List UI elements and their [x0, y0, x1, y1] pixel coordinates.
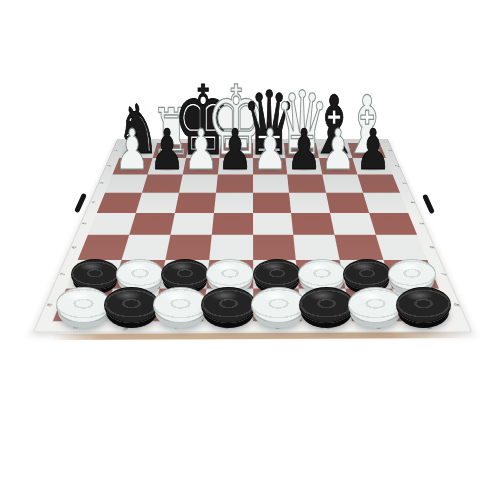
rank-label-right-5: 5: [418, 222, 425, 224]
board-square-g7: [113, 260, 165, 289]
board-square-d2: [253, 158, 288, 174]
rank-label-left-6: 6: [70, 246, 77, 248]
board-square-d6: [253, 235, 297, 260]
board-square-g3: [142, 174, 183, 192]
board-square-e6: [209, 235, 253, 260]
board-square-f8: [153, 289, 206, 322]
board-square-f1: [186, 143, 221, 158]
board-square-e1: [219, 143, 252, 158]
board-square-d7: [253, 260, 300, 289]
board-square-h1: [119, 143, 157, 158]
board-square-b3: [323, 174, 364, 192]
file-label-a: a: [426, 324, 433, 330]
board-square-g2: [147, 158, 185, 174]
rank-label-right-1: 1: [387, 150, 393, 151]
board-square-c5: [291, 213, 334, 235]
board-square-g1: [152, 143, 188, 158]
chess-board-mat: hgfedcba1122334455667788: [33, 139, 473, 332]
mat-bottom-edge: [52, 332, 466, 340]
board-square-g5: [129, 213, 175, 235]
board-square-a1: [348, 143, 386, 158]
rank-label-right-7: 7: [439, 273, 447, 275]
board-square-d5: [253, 213, 294, 235]
board-square-d1: [253, 143, 286, 158]
board-square-f2: [182, 158, 219, 174]
board-square-g4: [136, 192, 179, 212]
rank-label-left-2: 2: [105, 165, 111, 166]
board-grid: [53, 143, 452, 321]
rank-label-right-2: 2: [394, 165, 400, 166]
product-photo-stage: hgfedcba1122334455667788 ♞♜♚♚♛♛♝♝♟♟♟♟♟♟♟…: [0, 0, 500, 500]
file-label-c: c: [326, 324, 331, 330]
board-square-b2: [319, 158, 357, 174]
board-square-a5: [369, 213, 417, 235]
board-square-e7: [206, 260, 253, 289]
board-square-c4: [289, 192, 330, 212]
board-square-e5: [211, 213, 252, 235]
file-label-h: h: [72, 324, 79, 330]
file-label-b: b: [376, 324, 382, 330]
board-square-c3: [288, 174, 327, 192]
file-label-f: f: [175, 324, 178, 330]
board-square-c7: [296, 260, 346, 289]
rank-label-left-3: 3: [98, 182, 104, 184]
board-square-g8: [103, 289, 160, 322]
board-square-b1: [316, 143, 352, 158]
rank-label-left-5: 5: [80, 222, 87, 224]
rank-label-left-4: 4: [89, 201, 96, 203]
rank-label-left-7: 7: [58, 273, 66, 275]
board-square-d8: [253, 289, 303, 322]
rank-label-right-8: 8: [452, 303, 461, 306]
board-square-d4: [253, 192, 292, 212]
board-square-f4: [175, 192, 216, 212]
rank-label-left-1: 1: [112, 150, 118, 151]
board-square-a8: [392, 289, 452, 322]
board-square-e4: [214, 192, 253, 212]
rank-label-right-6: 6: [428, 246, 435, 248]
board-square-c6: [294, 235, 340, 260]
board-square-h5: [88, 213, 136, 235]
board-square-e3: [216, 174, 253, 192]
board-square-a3: [358, 174, 400, 192]
board-square-a2: [353, 158, 393, 174]
board-square-a6: [376, 235, 427, 260]
board-square-h3: [105, 174, 147, 192]
rank-label-left-8: 8: [44, 303, 53, 306]
board-square-e2: [217, 158, 252, 174]
board-square-d3: [253, 174, 290, 192]
board-square-b5: [330, 213, 376, 235]
board-clip-right: [422, 194, 435, 214]
board-square-c2: [286, 158, 323, 174]
board-square-h2: [112, 158, 152, 174]
board-square-f3: [179, 174, 218, 192]
file-label-e: e: [225, 324, 230, 330]
board-square-c8: [299, 289, 352, 322]
board-square-e8: [203, 289, 253, 322]
board-square-f7: [159, 260, 209, 289]
board-square-f5: [170, 213, 213, 235]
rank-label-right-3: 3: [401, 182, 407, 184]
board-square-b4: [326, 192, 369, 212]
board-square-g6: [121, 235, 170, 260]
board-square-h4: [97, 192, 142, 212]
board-square-a7: [384, 260, 439, 289]
file-label-g: g: [123, 324, 129, 330]
rank-label-right-4: 4: [409, 201, 416, 203]
board-square-a4: [363, 192, 408, 212]
file-label-d: d: [275, 324, 280, 330]
board-square-c1: [284, 143, 319, 158]
board-square-f6: [165, 235, 211, 260]
